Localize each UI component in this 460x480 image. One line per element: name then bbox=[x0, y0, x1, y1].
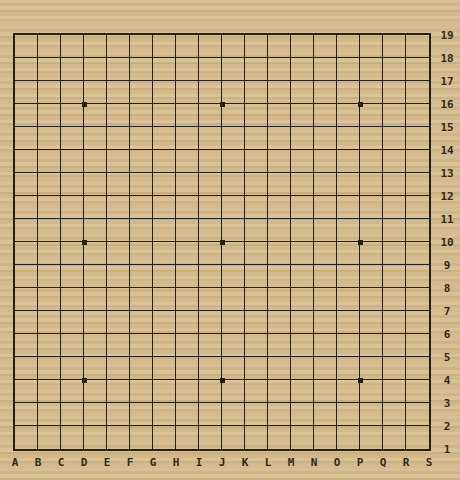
board-cell[interactable] bbox=[314, 242, 337, 265]
board-cell[interactable] bbox=[199, 150, 222, 173]
board-cell[interactable] bbox=[176, 265, 199, 288]
board-cell[interactable] bbox=[61, 403, 84, 426]
board-cell[interactable] bbox=[130, 104, 153, 127]
board-cell[interactable] bbox=[337, 219, 360, 242]
board-cell[interactable] bbox=[337, 334, 360, 357]
board-cell[interactable] bbox=[15, 426, 38, 449]
board-cell[interactable] bbox=[383, 127, 406, 150]
board-cell[interactable] bbox=[268, 58, 291, 81]
board-cell[interactable] bbox=[291, 81, 314, 104]
board-cell[interactable] bbox=[15, 334, 38, 357]
board-cell[interactable] bbox=[61, 81, 84, 104]
go-board[interactable] bbox=[13, 33, 431, 451]
board-cell[interactable] bbox=[84, 334, 107, 357]
board-cell[interactable] bbox=[268, 288, 291, 311]
board-cell[interactable] bbox=[222, 265, 245, 288]
board-cell[interactable] bbox=[199, 242, 222, 265]
board-cell[interactable] bbox=[107, 380, 130, 403]
board-cell[interactable] bbox=[314, 150, 337, 173]
board-cell[interactable] bbox=[199, 311, 222, 334]
board-cell[interactable] bbox=[199, 81, 222, 104]
board-cell[interactable] bbox=[130, 219, 153, 242]
board-cell[interactable] bbox=[153, 288, 176, 311]
board-cell[interactable] bbox=[245, 403, 268, 426]
board-cell[interactable] bbox=[61, 127, 84, 150]
board-cell[interactable] bbox=[199, 196, 222, 219]
board-cell[interactable] bbox=[130, 127, 153, 150]
board-cell[interactable] bbox=[222, 334, 245, 357]
board-cell[interactable] bbox=[406, 58, 429, 81]
board-cell[interactable] bbox=[176, 334, 199, 357]
board-cell[interactable] bbox=[268, 81, 291, 104]
board-cell[interactable] bbox=[360, 357, 383, 380]
board-cell[interactable] bbox=[314, 311, 337, 334]
board-cell[interactable] bbox=[291, 311, 314, 334]
board-cell[interactable] bbox=[38, 35, 61, 58]
board-cell[interactable] bbox=[38, 242, 61, 265]
board-cell[interactable] bbox=[360, 403, 383, 426]
board-cell[interactable] bbox=[199, 58, 222, 81]
board-cell[interactable] bbox=[314, 288, 337, 311]
board-cell[interactable] bbox=[61, 288, 84, 311]
board-cell[interactable] bbox=[130, 311, 153, 334]
board-cell[interactable] bbox=[84, 127, 107, 150]
board-cell[interactable] bbox=[222, 426, 245, 449]
board-cell[interactable] bbox=[360, 173, 383, 196]
board-cell[interactable] bbox=[360, 104, 383, 127]
board-cell[interactable] bbox=[107, 35, 130, 58]
board-cell[interactable] bbox=[222, 173, 245, 196]
board-cell[interactable] bbox=[245, 58, 268, 81]
board-cell[interactable] bbox=[38, 265, 61, 288]
board-cell[interactable] bbox=[15, 150, 38, 173]
board-cell[interactable] bbox=[222, 35, 245, 58]
board-cell[interactable] bbox=[107, 196, 130, 219]
board-cell[interactable] bbox=[383, 426, 406, 449]
board-cell[interactable] bbox=[38, 426, 61, 449]
board-cell[interactable] bbox=[383, 311, 406, 334]
board-cell[interactable] bbox=[130, 81, 153, 104]
board-cell[interactable] bbox=[199, 35, 222, 58]
board-cell[interactable] bbox=[130, 403, 153, 426]
board-cell[interactable] bbox=[337, 150, 360, 173]
board-cell[interactable] bbox=[153, 426, 176, 449]
board-cell[interactable] bbox=[107, 81, 130, 104]
board-cell[interactable] bbox=[176, 311, 199, 334]
board-cell[interactable] bbox=[153, 173, 176, 196]
board-cell[interactable] bbox=[84, 288, 107, 311]
board-cell[interactable] bbox=[130, 426, 153, 449]
board-cell[interactable] bbox=[291, 242, 314, 265]
board-cell[interactable] bbox=[360, 81, 383, 104]
board-cell[interactable] bbox=[176, 426, 199, 449]
board-cell[interactable] bbox=[245, 150, 268, 173]
board-cell[interactable] bbox=[245, 288, 268, 311]
board-cell[interactable] bbox=[383, 104, 406, 127]
board-cell[interactable] bbox=[268, 219, 291, 242]
board-cell[interactable] bbox=[337, 288, 360, 311]
board-cell[interactable] bbox=[337, 426, 360, 449]
board-cell[interactable] bbox=[84, 357, 107, 380]
board-cell[interactable] bbox=[314, 219, 337, 242]
board-cell[interactable] bbox=[107, 357, 130, 380]
board-cell[interactable] bbox=[176, 81, 199, 104]
board-cell[interactable] bbox=[153, 311, 176, 334]
board-cell[interactable] bbox=[153, 403, 176, 426]
board-cell[interactable] bbox=[314, 173, 337, 196]
board-cell[interactable] bbox=[406, 35, 429, 58]
board-cell[interactable] bbox=[130, 288, 153, 311]
board-cell[interactable] bbox=[15, 311, 38, 334]
board-cell[interactable] bbox=[222, 196, 245, 219]
board-cell[interactable] bbox=[268, 104, 291, 127]
board-cell[interactable] bbox=[337, 127, 360, 150]
board-cell[interactable] bbox=[38, 127, 61, 150]
board-cell[interactable] bbox=[360, 127, 383, 150]
board-cell[interactable] bbox=[222, 288, 245, 311]
board-cell[interactable] bbox=[38, 219, 61, 242]
board-cell[interactable] bbox=[314, 357, 337, 380]
board-cell[interactable] bbox=[176, 58, 199, 81]
board-cell[interactable] bbox=[291, 219, 314, 242]
board-cell[interactable] bbox=[314, 426, 337, 449]
board-cell[interactable] bbox=[107, 127, 130, 150]
board-cell[interactable] bbox=[268, 311, 291, 334]
board-cell[interactable] bbox=[222, 242, 245, 265]
board-cell[interactable] bbox=[406, 150, 429, 173]
board-cell[interactable] bbox=[291, 380, 314, 403]
board-cell[interactable] bbox=[268, 242, 291, 265]
board-cell[interactable] bbox=[245, 334, 268, 357]
board-cell[interactable] bbox=[84, 196, 107, 219]
board-cell[interactable] bbox=[176, 380, 199, 403]
board-cell[interactable] bbox=[222, 311, 245, 334]
board-cell[interactable] bbox=[383, 35, 406, 58]
board-cell[interactable] bbox=[314, 104, 337, 127]
board-cell[interactable] bbox=[406, 173, 429, 196]
board-cell[interactable] bbox=[222, 150, 245, 173]
board-cell[interactable] bbox=[15, 265, 38, 288]
board-cell[interactable] bbox=[15, 219, 38, 242]
board-cell[interactable] bbox=[199, 173, 222, 196]
board-cell[interactable] bbox=[291, 127, 314, 150]
board-cell[interactable] bbox=[406, 426, 429, 449]
board-cell[interactable] bbox=[199, 380, 222, 403]
board-cell[interactable] bbox=[268, 357, 291, 380]
board-cell[interactable] bbox=[107, 288, 130, 311]
board-cell[interactable] bbox=[61, 357, 84, 380]
board-cell[interactable] bbox=[199, 127, 222, 150]
board-cell[interactable] bbox=[84, 380, 107, 403]
board-cell[interactable] bbox=[291, 288, 314, 311]
board-cell[interactable] bbox=[38, 150, 61, 173]
board-cell[interactable] bbox=[291, 104, 314, 127]
board-cell[interactable] bbox=[15, 196, 38, 219]
board-cell[interactable] bbox=[107, 265, 130, 288]
board-cell[interactable] bbox=[360, 380, 383, 403]
board-cell[interactable] bbox=[15, 380, 38, 403]
board-cell[interactable] bbox=[291, 334, 314, 357]
board-cell[interactable] bbox=[291, 265, 314, 288]
board-cell[interactable] bbox=[337, 380, 360, 403]
board-cell[interactable] bbox=[176, 288, 199, 311]
board-cell[interactable] bbox=[245, 127, 268, 150]
board-cell[interactable] bbox=[38, 288, 61, 311]
board-cell[interactable] bbox=[268, 196, 291, 219]
board-cell[interactable] bbox=[314, 265, 337, 288]
board-cell[interactable] bbox=[61, 380, 84, 403]
board-cell[interactable] bbox=[199, 357, 222, 380]
board-cell[interactable] bbox=[383, 196, 406, 219]
board-cell[interactable] bbox=[15, 288, 38, 311]
board-cell[interactable] bbox=[222, 127, 245, 150]
board-cell[interactable] bbox=[15, 127, 38, 150]
board-cell[interactable] bbox=[107, 242, 130, 265]
board-cell[interactable] bbox=[61, 265, 84, 288]
board-cell[interactable] bbox=[107, 104, 130, 127]
board-cell[interactable] bbox=[268, 150, 291, 173]
board-cell[interactable] bbox=[84, 265, 107, 288]
board-cell[interactable] bbox=[130, 265, 153, 288]
board-cell[interactable] bbox=[153, 196, 176, 219]
board-cell[interactable] bbox=[84, 58, 107, 81]
board-cell[interactable] bbox=[245, 81, 268, 104]
board-cell[interactable] bbox=[291, 403, 314, 426]
board-cell[interactable] bbox=[314, 127, 337, 150]
board-cell[interactable] bbox=[107, 426, 130, 449]
board-cell[interactable] bbox=[199, 426, 222, 449]
board-cell[interactable] bbox=[176, 403, 199, 426]
board-cell[interactable] bbox=[176, 242, 199, 265]
board-cell[interactable] bbox=[337, 357, 360, 380]
board-cell[interactable] bbox=[406, 380, 429, 403]
board-cell[interactable] bbox=[222, 357, 245, 380]
board-cell[interactable] bbox=[360, 288, 383, 311]
board-cell[interactable] bbox=[130, 380, 153, 403]
board-cell[interactable] bbox=[314, 196, 337, 219]
board-cell[interactable] bbox=[38, 334, 61, 357]
board-cell[interactable] bbox=[383, 58, 406, 81]
board-cell[interactable] bbox=[130, 150, 153, 173]
board-cell[interactable] bbox=[406, 242, 429, 265]
board-cell[interactable] bbox=[84, 173, 107, 196]
board-cell[interactable] bbox=[130, 58, 153, 81]
board-cell[interactable] bbox=[199, 265, 222, 288]
board-cell[interactable] bbox=[153, 265, 176, 288]
board-cell[interactable] bbox=[337, 403, 360, 426]
board-cell[interactable] bbox=[38, 104, 61, 127]
board-cell[interactable] bbox=[61, 196, 84, 219]
board-cell[interactable] bbox=[84, 219, 107, 242]
board-cell[interactable] bbox=[406, 219, 429, 242]
board-cell[interactable] bbox=[130, 196, 153, 219]
board-cell[interactable] bbox=[268, 265, 291, 288]
board-cell[interactable] bbox=[153, 81, 176, 104]
board-cell[interactable] bbox=[245, 219, 268, 242]
board-cell[interactable] bbox=[153, 127, 176, 150]
board-cell[interactable] bbox=[38, 380, 61, 403]
board-cell[interactable] bbox=[337, 58, 360, 81]
board-cell[interactable] bbox=[383, 288, 406, 311]
board-cell[interactable] bbox=[153, 357, 176, 380]
board-cell[interactable] bbox=[222, 380, 245, 403]
board-cell[interactable] bbox=[337, 196, 360, 219]
board-cell[interactable] bbox=[268, 426, 291, 449]
board-cell[interactable] bbox=[84, 311, 107, 334]
board-cell[interactable] bbox=[268, 127, 291, 150]
board-cell[interactable] bbox=[222, 104, 245, 127]
board-cell[interactable] bbox=[406, 403, 429, 426]
board-cell[interactable] bbox=[406, 357, 429, 380]
board-cell[interactable] bbox=[406, 311, 429, 334]
board-cell[interactable] bbox=[153, 219, 176, 242]
board-cell[interactable] bbox=[406, 81, 429, 104]
board-cell[interactable] bbox=[406, 127, 429, 150]
board-cell[interactable] bbox=[153, 104, 176, 127]
board-cell[interactable] bbox=[107, 311, 130, 334]
board-cell[interactable] bbox=[383, 242, 406, 265]
board-cell[interactable] bbox=[360, 426, 383, 449]
board-cell[interactable] bbox=[61, 219, 84, 242]
board-cell[interactable] bbox=[245, 426, 268, 449]
board-cell[interactable] bbox=[245, 265, 268, 288]
board-cell[interactable] bbox=[406, 288, 429, 311]
board-cell[interactable] bbox=[15, 58, 38, 81]
board-cell[interactable] bbox=[15, 357, 38, 380]
board-cell[interactable] bbox=[360, 242, 383, 265]
board-cell[interactable] bbox=[61, 35, 84, 58]
board-cell[interactable] bbox=[107, 58, 130, 81]
board-cell[interactable] bbox=[337, 242, 360, 265]
board-cell[interactable] bbox=[130, 173, 153, 196]
board-cell[interactable] bbox=[245, 104, 268, 127]
board-cell[interactable] bbox=[291, 357, 314, 380]
board-cell[interactable] bbox=[107, 403, 130, 426]
board-cell[interactable] bbox=[176, 173, 199, 196]
board-cell[interactable] bbox=[360, 196, 383, 219]
board-cell[interactable] bbox=[199, 288, 222, 311]
board-cell[interactable] bbox=[153, 35, 176, 58]
board-cell[interactable] bbox=[61, 173, 84, 196]
board-cell[interactable] bbox=[15, 173, 38, 196]
board-cell[interactable] bbox=[268, 380, 291, 403]
board-cell[interactable] bbox=[360, 265, 383, 288]
board-cell[interactable] bbox=[245, 357, 268, 380]
board-cell[interactable] bbox=[314, 403, 337, 426]
board-cell[interactable] bbox=[61, 104, 84, 127]
board-cell[interactable] bbox=[38, 81, 61, 104]
board-cell[interactable] bbox=[360, 58, 383, 81]
board-cell[interactable] bbox=[61, 58, 84, 81]
board-cell[interactable] bbox=[15, 81, 38, 104]
board-cell[interactable] bbox=[383, 265, 406, 288]
board-cell[interactable] bbox=[61, 334, 84, 357]
board-cell[interactable] bbox=[337, 104, 360, 127]
board-cell[interactable] bbox=[268, 403, 291, 426]
board-cell[interactable] bbox=[291, 58, 314, 81]
board-cell[interactable] bbox=[222, 219, 245, 242]
board-cell[interactable] bbox=[176, 219, 199, 242]
board-cell[interactable] bbox=[291, 426, 314, 449]
board-cell[interactable] bbox=[199, 334, 222, 357]
board-cell[interactable] bbox=[245, 196, 268, 219]
board-cell[interactable] bbox=[107, 219, 130, 242]
board-cell[interactable] bbox=[61, 150, 84, 173]
board-cell[interactable] bbox=[337, 81, 360, 104]
board-cell[interactable] bbox=[222, 58, 245, 81]
board-cell[interactable] bbox=[268, 35, 291, 58]
board-cell[interactable] bbox=[38, 173, 61, 196]
board-cell[interactable] bbox=[291, 173, 314, 196]
board-cell[interactable] bbox=[199, 219, 222, 242]
board-cell[interactable] bbox=[360, 311, 383, 334]
board-cell[interactable] bbox=[130, 35, 153, 58]
board-cell[interactable] bbox=[38, 196, 61, 219]
board-cell[interactable] bbox=[15, 104, 38, 127]
board-cell[interactable] bbox=[176, 104, 199, 127]
board-cell[interactable] bbox=[383, 380, 406, 403]
board-cell[interactable] bbox=[291, 35, 314, 58]
board-cell[interactable] bbox=[245, 311, 268, 334]
board-cell[interactable] bbox=[360, 150, 383, 173]
board-cell[interactable] bbox=[245, 173, 268, 196]
board-cell[interactable] bbox=[176, 357, 199, 380]
board-cell[interactable] bbox=[176, 35, 199, 58]
board-cell[interactable] bbox=[61, 426, 84, 449]
board-cell[interactable] bbox=[314, 334, 337, 357]
board-cell[interactable] bbox=[84, 81, 107, 104]
board-cell[interactable] bbox=[268, 173, 291, 196]
board-cell[interactable] bbox=[153, 150, 176, 173]
board-cell[interactable] bbox=[314, 380, 337, 403]
board-cell[interactable] bbox=[38, 311, 61, 334]
board-cell[interactable] bbox=[383, 81, 406, 104]
board-cell[interactable] bbox=[84, 35, 107, 58]
board-cell[interactable] bbox=[84, 426, 107, 449]
board-cell[interactable] bbox=[383, 403, 406, 426]
board-cell[interactable] bbox=[337, 265, 360, 288]
board-cell[interactable] bbox=[337, 173, 360, 196]
board-cell[interactable] bbox=[153, 242, 176, 265]
board-cell[interactable] bbox=[314, 35, 337, 58]
board-cell[interactable] bbox=[153, 334, 176, 357]
board-cell[interactable] bbox=[107, 173, 130, 196]
board-cell[interactable] bbox=[360, 35, 383, 58]
board-cell[interactable] bbox=[199, 104, 222, 127]
board-cell[interactable] bbox=[15, 242, 38, 265]
board-cell[interactable] bbox=[383, 357, 406, 380]
board-cell[interactable] bbox=[199, 403, 222, 426]
board-cell[interactable] bbox=[291, 196, 314, 219]
board-cell[interactable] bbox=[84, 403, 107, 426]
board-cell[interactable] bbox=[268, 334, 291, 357]
board-cell[interactable] bbox=[337, 35, 360, 58]
board-cell[interactable] bbox=[176, 196, 199, 219]
board-cell[interactable] bbox=[176, 150, 199, 173]
board-cell[interactable] bbox=[84, 104, 107, 127]
board-cell[interactable] bbox=[383, 173, 406, 196]
board-cell[interactable] bbox=[314, 58, 337, 81]
board-cell[interactable] bbox=[15, 403, 38, 426]
board-cell[interactable] bbox=[130, 334, 153, 357]
board-cell[interactable] bbox=[107, 150, 130, 173]
board-cell[interactable] bbox=[84, 242, 107, 265]
board-cell[interactable] bbox=[153, 58, 176, 81]
board-cell[interactable] bbox=[245, 35, 268, 58]
board-cell[interactable] bbox=[360, 334, 383, 357]
board-cell[interactable] bbox=[38, 403, 61, 426]
board-cell[interactable] bbox=[406, 104, 429, 127]
